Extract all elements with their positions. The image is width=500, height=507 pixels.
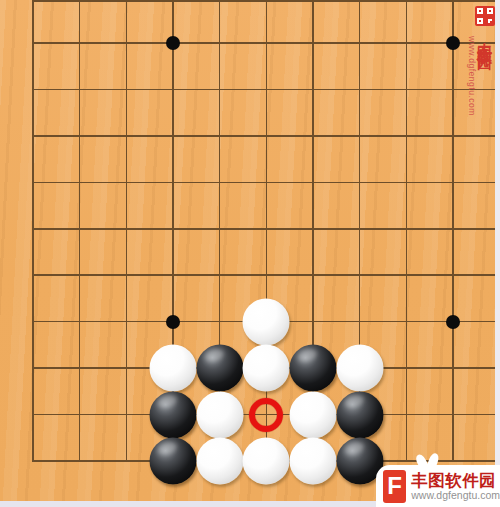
grid-line-horizontal [32, 274, 495, 276]
watermark-url-vertical: www.dgfengtu.com [467, 36, 477, 116]
white-stone[interactable] [150, 345, 197, 392]
star-point [166, 36, 180, 50]
grid-line-horizontal [32, 135, 495, 137]
grid-line-vertical [126, 0, 128, 462]
grid-line-horizontal [32, 89, 495, 91]
black-stone[interactable] [150, 391, 197, 438]
screenshot-stage: 丰图软件园 www.dgfengtu.com F 丰图软件园 www.dgfen… [0, 0, 500, 507]
white-stone[interactable] [336, 345, 383, 392]
black-stone[interactable] [150, 438, 197, 485]
black-stone[interactable] [290, 345, 337, 392]
grid-line-vertical [32, 0, 34, 462]
watermark-brand-vertical: 丰图软件园 [478, 31, 493, 46]
grid-line-vertical [79, 0, 81, 462]
grid-line-horizontal [32, 182, 495, 184]
white-stone[interactable] [243, 345, 290, 392]
star-point [446, 315, 460, 329]
star-point [166, 315, 180, 329]
grid-line-vertical [266, 0, 268, 462]
white-stone[interactable] [243, 298, 290, 345]
grid-line-horizontal [32, 0, 495, 2]
watermark-url: www.dgfengtu.com [411, 489, 500, 502]
black-stone[interactable] [336, 391, 383, 438]
white-stone[interactable] [243, 438, 290, 485]
grid-line-vertical [452, 0, 454, 462]
suggested-move-marker[interactable] [249, 398, 283, 432]
star-point [446, 36, 460, 50]
white-stone[interactable] [196, 438, 243, 485]
black-stone[interactable] [196, 345, 243, 392]
fengtu-logo-icon: F [383, 470, 406, 503]
watermark-bottom-right: F 丰图软件园 www.dgfengtu.com [376, 465, 500, 507]
white-stone[interactable] [290, 391, 337, 438]
grid-line-vertical [406, 0, 408, 462]
white-stone[interactable] [290, 438, 337, 485]
grid-line-horizontal [32, 228, 495, 230]
watermark-top-right: 丰图软件园 www.dgfengtu.com [472, 6, 498, 50]
page-background-strip-right [495, 0, 500, 501]
go-board[interactable] [0, 0, 495, 501]
watermark-brand: 丰图软件园 [411, 471, 500, 489]
grid-line-horizontal [32, 42, 495, 44]
qr-code-icon [475, 6, 495, 26]
white-stone[interactable] [196, 391, 243, 438]
